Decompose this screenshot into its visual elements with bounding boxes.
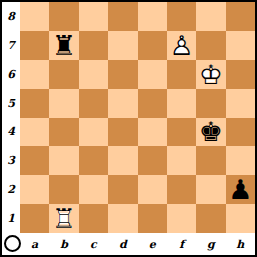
white-to-move-indicator bbox=[4, 235, 21, 252]
square-h3[interactable] bbox=[226, 146, 255, 175]
square-d1[interactable] bbox=[108, 204, 137, 233]
square-g2[interactable] bbox=[196, 175, 225, 204]
square-e7[interactable] bbox=[138, 31, 167, 60]
square-d5[interactable] bbox=[108, 89, 137, 118]
square-a4[interactable] bbox=[20, 118, 49, 147]
square-b2[interactable] bbox=[49, 175, 78, 204]
square-e4[interactable] bbox=[138, 118, 167, 147]
square-a1[interactable] bbox=[20, 204, 49, 233]
piece-glyph: ♚ bbox=[199, 118, 223, 145]
square-g1[interactable] bbox=[196, 204, 225, 233]
piece-glyph: ♖ bbox=[52, 205, 76, 232]
square-d7[interactable] bbox=[108, 31, 137, 60]
square-h1[interactable] bbox=[226, 204, 255, 233]
square-g6[interactable]: ♚♔ bbox=[196, 60, 225, 89]
square-c6[interactable] bbox=[79, 60, 108, 89]
chess-board: ♜♟♙♚♔♚♟♜♖ bbox=[20, 2, 255, 233]
square-e1[interactable] bbox=[138, 204, 167, 233]
file-label-g: g bbox=[196, 233, 225, 255]
chess-diagram: 87654321 ♜♟♙♚♔♚♟♜♖ abcdefgh bbox=[0, 0, 257, 257]
piece-glyph: ♙ bbox=[169, 32, 193, 59]
square-f5[interactable] bbox=[167, 89, 196, 118]
file-label-d: d bbox=[108, 233, 137, 255]
square-f3[interactable] bbox=[167, 146, 196, 175]
square-f8[interactable] bbox=[167, 2, 196, 31]
file-label-a: a bbox=[20, 233, 49, 255]
piece-glyph: ♜ bbox=[52, 32, 76, 59]
file-label-h: h bbox=[226, 233, 255, 255]
square-e2[interactable] bbox=[138, 175, 167, 204]
square-b3[interactable] bbox=[49, 146, 78, 175]
square-g4[interactable]: ♚ bbox=[196, 118, 225, 147]
square-b4[interactable] bbox=[49, 118, 78, 147]
square-c1[interactable] bbox=[79, 204, 108, 233]
black-pawn[interactable]: ♟ bbox=[226, 175, 255, 204]
file-label-f: f bbox=[167, 233, 196, 255]
square-g5[interactable] bbox=[196, 89, 225, 118]
square-d4[interactable] bbox=[108, 118, 137, 147]
rank-label-7: 7 bbox=[2, 31, 20, 60]
rank-label-5: 5 bbox=[2, 89, 20, 118]
square-e6[interactable] bbox=[138, 60, 167, 89]
square-a6[interactable] bbox=[20, 60, 49, 89]
square-b5[interactable] bbox=[49, 89, 78, 118]
square-d8[interactable] bbox=[108, 2, 137, 31]
square-h7[interactable] bbox=[226, 31, 255, 60]
square-b7[interactable]: ♜ bbox=[49, 31, 78, 60]
square-h4[interactable] bbox=[226, 118, 255, 147]
square-b1[interactable]: ♜♖ bbox=[49, 204, 78, 233]
square-h6[interactable] bbox=[226, 60, 255, 89]
file-label-c: c bbox=[79, 233, 108, 255]
rank-label-4: 4 bbox=[2, 118, 20, 147]
rank-label-6: 6 bbox=[2, 60, 20, 89]
black-rook[interactable]: ♜ bbox=[49, 31, 78, 60]
file-labels: abcdefgh bbox=[20, 233, 255, 255]
square-b8[interactable] bbox=[49, 2, 78, 31]
square-a8[interactable] bbox=[20, 2, 49, 31]
square-e8[interactable] bbox=[138, 2, 167, 31]
white-king[interactable]: ♚♔ bbox=[196, 60, 225, 89]
white-pawn[interactable]: ♟♙ bbox=[167, 31, 196, 60]
square-f1[interactable] bbox=[167, 204, 196, 233]
black-king[interactable]: ♚ bbox=[196, 118, 225, 147]
square-a7[interactable] bbox=[20, 31, 49, 60]
rank-label-2: 2 bbox=[2, 175, 20, 204]
square-a2[interactable] bbox=[20, 175, 49, 204]
square-e3[interactable] bbox=[138, 146, 167, 175]
square-c7[interactable] bbox=[79, 31, 108, 60]
square-h2[interactable]: ♟ bbox=[226, 175, 255, 204]
square-h5[interactable] bbox=[226, 89, 255, 118]
square-g7[interactable] bbox=[196, 31, 225, 60]
square-g3[interactable] bbox=[196, 146, 225, 175]
rank-labels: 87654321 bbox=[2, 2, 20, 233]
square-c8[interactable] bbox=[79, 2, 108, 31]
square-b6[interactable] bbox=[49, 60, 78, 89]
square-d6[interactable] bbox=[108, 60, 137, 89]
square-a5[interactable] bbox=[20, 89, 49, 118]
rank-label-1: 1 bbox=[2, 204, 20, 233]
square-c4[interactable] bbox=[79, 118, 108, 147]
square-f7[interactable]: ♟♙ bbox=[167, 31, 196, 60]
file-label-e: e bbox=[138, 233, 167, 255]
white-rook[interactable]: ♜♖ bbox=[49, 204, 78, 233]
square-f2[interactable] bbox=[167, 175, 196, 204]
square-d2[interactable] bbox=[108, 175, 137, 204]
square-g8[interactable] bbox=[196, 2, 225, 31]
square-h8[interactable] bbox=[226, 2, 255, 31]
square-e5[interactable] bbox=[138, 89, 167, 118]
rank-label-8: 8 bbox=[2, 2, 20, 31]
square-f4[interactable] bbox=[167, 118, 196, 147]
square-f6[interactable] bbox=[167, 60, 196, 89]
piece-glyph: ♟ bbox=[228, 176, 252, 203]
file-label-b: b bbox=[49, 233, 78, 255]
square-d3[interactable] bbox=[108, 146, 137, 175]
square-c2[interactable] bbox=[79, 175, 108, 204]
square-c3[interactable] bbox=[79, 146, 108, 175]
piece-glyph: ♔ bbox=[199, 61, 223, 88]
rank-label-3: 3 bbox=[2, 146, 20, 175]
square-c5[interactable] bbox=[79, 89, 108, 118]
square-a3[interactable] bbox=[20, 146, 49, 175]
